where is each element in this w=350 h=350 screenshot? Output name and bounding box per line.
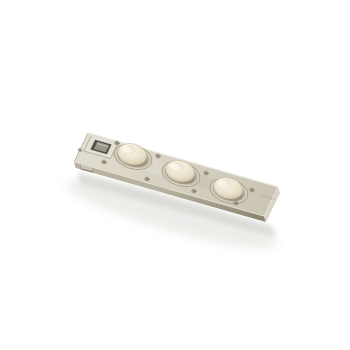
product-photo-canvas <box>0 0 350 350</box>
led-module-product-photo <box>0 0 350 350</box>
